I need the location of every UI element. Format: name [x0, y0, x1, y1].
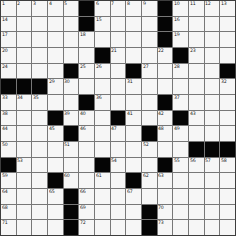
- black-cell-r3c11: [158, 32, 173, 47]
- white-cell-r15c3[interactable]: [32, 220, 47, 235]
- clue-number-26: 26: [96, 64, 101, 69]
- clue-number-61: 61: [96, 173, 101, 178]
- black-cell-r9c10: [142, 126, 157, 141]
- clue-number-58: 58: [221, 158, 226, 163]
- white-cell-r13c1[interactable]: 64: [1, 189, 16, 204]
- white-cell-r13c11[interactable]: [158, 189, 173, 204]
- white-cell-r6c5[interactable]: 30: [64, 79, 79, 94]
- white-cell-r14c12[interactable]: [173, 205, 188, 220]
- black-cell-r4c7: [95, 48, 110, 63]
- white-cell-r3c13[interactable]: [189, 32, 204, 47]
- white-cell-r12c14[interactable]: [205, 173, 220, 188]
- white-cell-r6c7[interactable]: [95, 79, 110, 94]
- black-cell-r4c12: [173, 48, 188, 63]
- white-cell-r12c11[interactable]: 63: [158, 173, 173, 188]
- white-cell-r9c12[interactable]: 49: [173, 126, 188, 141]
- black-cell-r10c13: [189, 142, 204, 157]
- black-cell-r15c5: [64, 220, 79, 235]
- clue-number-49: 49: [174, 126, 179, 131]
- clue-number-28: 28: [174, 64, 179, 69]
- white-cell-r10c10[interactable]: 52: [142, 142, 157, 157]
- white-cell-r4c15[interactable]: [220, 48, 235, 63]
- white-cell-r5c11[interactable]: [158, 64, 173, 79]
- white-cell-r11c12[interactable]: 55: [173, 158, 188, 173]
- clue-number-3: 3: [33, 1, 36, 6]
- white-cell-r1c14[interactable]: 12: [205, 1, 220, 16]
- white-cell-r7c1[interactable]: 33: [1, 95, 16, 110]
- black-cell-r12c9: [126, 173, 141, 188]
- white-cell-r11c15[interactable]: 58: [220, 158, 235, 173]
- black-cell-r14c10: [142, 205, 157, 220]
- clue-number-21: 21: [111, 48, 116, 53]
- white-cell-r14c6[interactable]: 69: [79, 205, 94, 220]
- clue-number-27: 27: [143, 64, 148, 69]
- white-cell-r2c4[interactable]: [48, 17, 63, 32]
- white-cell-r14c8[interactable]: [111, 205, 126, 220]
- white-cell-r5c8[interactable]: [111, 64, 126, 79]
- black-cell-r8c8: [111, 111, 126, 126]
- white-cell-r13c6[interactable]: 66: [79, 189, 94, 204]
- white-cell-r7c8[interactable]: [111, 95, 126, 110]
- white-cell-r14c13[interactable]: [189, 205, 204, 220]
- clue-number-35: 35: [33, 95, 38, 100]
- white-cell-r6c15[interactable]: 32: [220, 79, 235, 94]
- black-cell-r1c11: [158, 1, 173, 16]
- white-cell-r11c13[interactable]: 56: [189, 158, 204, 173]
- white-cell-r13c8[interactable]: [111, 189, 126, 204]
- white-cell-r1c15[interactable]: 13: [220, 1, 235, 16]
- white-cell-r12c1[interactable]: 59: [1, 173, 16, 188]
- clue-number-45: 45: [49, 126, 54, 131]
- white-cell-r14c1[interactable]: 68: [1, 205, 16, 220]
- white-cell-r6c11[interactable]: [158, 79, 173, 94]
- white-cell-r6c6[interactable]: [79, 79, 94, 94]
- white-cell-r5c2[interactable]: [17, 64, 32, 79]
- white-cell-r8c6[interactable]: 40: [79, 111, 94, 126]
- white-cell-r11c2[interactable]: 53: [17, 158, 32, 173]
- clue-number-52: 52: [143, 142, 148, 147]
- black-cell-r6c2: [17, 79, 32, 94]
- black-cell-r14c5: [64, 205, 79, 220]
- white-cell-r14c9[interactable]: [126, 205, 141, 220]
- white-cell-r8c5[interactable]: 39: [64, 111, 79, 126]
- white-cell-r10c5[interactable]: 51: [64, 142, 79, 157]
- white-cell-r5c3[interactable]: [32, 64, 47, 79]
- clue-number-63: 63: [158, 173, 163, 178]
- white-cell-r15c14[interactable]: [205, 220, 220, 235]
- clue-number-30: 30: [64, 79, 69, 84]
- clue-number-72: 72: [80, 220, 85, 225]
- white-cell-r14c11[interactable]: 70: [158, 205, 173, 220]
- white-cell-r14c3[interactable]: [32, 205, 47, 220]
- black-cell-r7c6: [79, 95, 94, 110]
- white-cell-r5c4[interactable]: [48, 64, 63, 79]
- white-cell-r4c10[interactable]: [142, 48, 157, 63]
- white-cell-r2c12[interactable]: 16: [173, 17, 188, 32]
- white-cell-r14c15[interactable]: [220, 205, 235, 220]
- white-cell-r4c5[interactable]: [64, 48, 79, 63]
- white-cell-r2c7[interactable]: 15: [95, 17, 110, 32]
- white-cell-r2c1[interactable]: 14: [1, 17, 16, 32]
- white-cell-r8c3[interactable]: [32, 111, 47, 126]
- white-cell-r6c13[interactable]: [189, 79, 204, 94]
- clue-number-11: 11: [190, 1, 195, 6]
- white-cell-r9c2[interactable]: [17, 126, 32, 141]
- white-cell-r12c15[interactable]: [220, 173, 235, 188]
- clue-number-14: 14: [2, 17, 7, 22]
- clue-number-5: 5: [64, 1, 67, 6]
- clue-number-73: 73: [158, 220, 163, 225]
- white-cell-r3c8[interactable]: [111, 32, 126, 47]
- clue-number-65: 65: [49, 189, 54, 194]
- white-cell-r11c4[interactable]: [48, 158, 63, 173]
- white-cell-r8c11[interactable]: 42: [158, 111, 173, 126]
- clue-number-37: 37: [174, 95, 179, 100]
- white-cell-r12c3[interactable]: [32, 173, 47, 188]
- white-cell-r1c12[interactable]: 10: [173, 1, 188, 16]
- clue-number-71: 71: [2, 220, 7, 225]
- clue-number-1: 1: [2, 1, 5, 6]
- white-cell-r7c10[interactable]: [142, 95, 157, 110]
- white-cell-r1c8[interactable]: 7: [111, 1, 126, 16]
- white-cell-r11c10[interactable]: [142, 158, 157, 173]
- clue-number-55: 55: [174, 158, 179, 163]
- white-cell-r14c2[interactable]: [17, 205, 32, 220]
- white-cell-r10c1[interactable]: 50: [1, 142, 16, 157]
- white-cell-r12c5[interactable]: 60: [64, 173, 79, 188]
- clue-number-47: 47: [111, 126, 116, 131]
- clue-number-56: 56: [190, 158, 195, 163]
- clue-number-12: 12: [205, 1, 210, 6]
- white-cell-r4c14[interactable]: [205, 48, 220, 63]
- white-cell-r15c8[interactable]: [111, 220, 126, 235]
- white-cell-r3c2[interactable]: [17, 32, 32, 47]
- white-cell-r9c3[interactable]: [32, 126, 47, 141]
- black-cell-r7c11: [158, 95, 173, 110]
- clue-number-40: 40: [80, 111, 85, 116]
- white-cell-r9c7[interactable]: [95, 126, 110, 141]
- black-cell-r15c10: [142, 220, 157, 235]
- white-cell-r1c2[interactable]: 2: [17, 1, 32, 16]
- white-cell-r10c2[interactable]: [17, 142, 32, 157]
- crossword-puzzle: 1234567891011121314151617181920212223242…: [0, 0, 236, 236]
- white-cell-r7c2[interactable]: 34: [17, 95, 32, 110]
- black-cell-r5c9: [126, 64, 141, 79]
- clue-number-8: 8: [127, 1, 130, 6]
- black-cell-r2c6: [79, 17, 94, 32]
- clue-number-9: 9: [143, 1, 146, 6]
- white-cell-r3c6[interactable]: 18: [79, 32, 94, 47]
- clue-number-22: 22: [158, 48, 163, 53]
- black-cell-r1c6: [79, 1, 94, 16]
- white-cell-r1c4[interactable]: 4: [48, 1, 63, 16]
- white-cell-r1c5[interactable]: 5: [64, 1, 79, 16]
- white-cell-r14c4[interactable]: [48, 205, 63, 220]
- white-cell-r10c4[interactable]: [48, 142, 63, 157]
- white-cell-r7c12[interactable]: 37: [173, 95, 188, 110]
- white-cell-r6c8[interactable]: [111, 79, 126, 94]
- clue-number-43: 43: [190, 111, 195, 116]
- white-cell-r3c5[interactable]: [64, 32, 79, 47]
- white-cell-r5c14[interactable]: [205, 64, 220, 79]
- white-cell-r14c7[interactable]: [95, 205, 110, 220]
- white-cell-r15c2[interactable]: [17, 220, 32, 235]
- clue-number-46: 46: [80, 126, 85, 131]
- white-cell-r9c4[interactable]: 45: [48, 126, 63, 141]
- clue-number-44: 44: [2, 126, 7, 131]
- black-cell-r11c11: [158, 158, 173, 173]
- white-cell-r5c10[interactable]: 27: [142, 64, 157, 79]
- clue-number-6: 6: [96, 1, 99, 6]
- white-cell-r15c7[interactable]: [95, 220, 110, 235]
- white-cell-r8c14[interactable]: [205, 111, 220, 126]
- white-cell-r4c11[interactable]: 22: [158, 48, 173, 63]
- white-cell-r4c2[interactable]: [17, 48, 32, 63]
- white-cell-r2c5[interactable]: [64, 17, 79, 32]
- white-cell-r10c3[interactable]: [32, 142, 47, 157]
- black-cell-r10c15: [220, 142, 235, 157]
- clue-number-29: 29: [49, 79, 54, 84]
- white-cell-r4c8[interactable]: 21: [111, 48, 126, 63]
- white-cell-r10c6[interactable]: [79, 142, 94, 157]
- clue-number-68: 68: [2, 205, 7, 210]
- white-cell-r10c12[interactable]: [173, 142, 188, 157]
- white-cell-r11c9[interactable]: [126, 158, 141, 173]
- clue-number-16: 16: [174, 17, 179, 22]
- white-cell-r2c2[interactable]: [17, 17, 32, 32]
- white-cell-r6c4[interactable]: 29: [48, 79, 63, 94]
- clue-number-60: 60: [64, 173, 69, 178]
- clue-number-36: 36: [96, 95, 101, 100]
- white-cell-r8c1[interactable]: 38: [1, 111, 16, 126]
- white-cell-r13c9[interactable]: 67: [126, 189, 141, 204]
- white-cell-r9c8[interactable]: 47: [111, 126, 126, 141]
- white-cell-r7c4[interactable]: [48, 95, 63, 110]
- white-cell-r2c14[interactable]: [205, 17, 220, 32]
- white-cell-r4c4[interactable]: [48, 48, 63, 63]
- clue-number-48: 48: [158, 126, 163, 131]
- clue-number-51: 51: [64, 142, 69, 147]
- white-cell-r7c9[interactable]: [126, 95, 141, 110]
- black-cell-r12c4: [48, 173, 63, 188]
- clue-number-4: 4: [49, 1, 52, 6]
- white-cell-r8c13[interactable]: 43: [189, 111, 204, 126]
- white-cell-r13c10[interactable]: [142, 189, 157, 204]
- white-cell-r12c8[interactable]: [111, 173, 126, 188]
- clue-number-67: 67: [127, 189, 132, 194]
- white-cell-r12c2[interactable]: [17, 173, 32, 188]
- black-cell-r11c7: [95, 158, 110, 173]
- white-cell-r13c14[interactable]: [205, 189, 220, 204]
- white-cell-r13c13[interactable]: [189, 189, 204, 204]
- white-cell-r7c15[interactable]: [220, 95, 235, 110]
- clue-number-25: 25: [80, 64, 85, 69]
- clue-number-31: 31: [127, 79, 132, 84]
- white-cell-r7c14[interactable]: [205, 95, 220, 110]
- white-cell-r11c5[interactable]: [64, 158, 79, 173]
- white-cell-r5c6[interactable]: 25: [79, 64, 94, 79]
- white-cell-r15c13[interactable]: [189, 220, 204, 235]
- white-cell-r5c13[interactable]: [189, 64, 204, 79]
- white-cell-r5c7[interactable]: 26: [95, 64, 110, 79]
- clue-number-13: 13: [221, 1, 226, 6]
- white-cell-r2c13[interactable]: [189, 17, 204, 32]
- white-cell-r7c13[interactable]: [189, 95, 204, 110]
- white-cell-r9c13[interactable]: [189, 126, 204, 141]
- white-cell-r15c1[interactable]: 71: [1, 220, 16, 235]
- white-cell-r5c12[interactable]: 28: [173, 64, 188, 79]
- white-cell-r13c3[interactable]: [32, 189, 47, 204]
- white-cell-r15c6[interactable]: 72: [79, 220, 94, 235]
- white-cell-r3c4[interactable]: [48, 32, 63, 47]
- black-cell-r6c1: [1, 79, 16, 94]
- white-cell-r10c11[interactable]: [158, 142, 173, 157]
- black-cell-r2c11: [158, 17, 173, 32]
- white-cell-r15c11[interactable]: 73: [158, 220, 173, 235]
- white-cell-r1c1[interactable]: 1: [1, 1, 16, 16]
- white-cell-r10c7[interactable]: [95, 142, 110, 157]
- white-cell-r13c7[interactable]: [95, 189, 110, 204]
- clue-number-57: 57: [205, 158, 210, 163]
- white-cell-r4c9[interactable]: [126, 48, 141, 63]
- white-cell-r6c9[interactable]: 31: [126, 79, 141, 94]
- white-cell-r13c4[interactable]: 65: [48, 189, 63, 204]
- black-cell-r11c1: [1, 158, 16, 173]
- white-cell-r9c6[interactable]: 46: [79, 126, 94, 141]
- white-cell-r13c15[interactable]: [220, 189, 235, 204]
- white-cell-r2c3[interactable]: [32, 17, 47, 32]
- clue-number-64: 64: [2, 189, 7, 194]
- white-cell-r6c10[interactable]: [142, 79, 157, 94]
- white-cell-r4c13[interactable]: 23: [189, 48, 204, 63]
- white-cell-r4c6[interactable]: [79, 48, 94, 63]
- white-cell-r9c1[interactable]: 44: [1, 126, 16, 141]
- clue-number-62: 62: [143, 173, 148, 178]
- white-cell-r3c10[interactable]: [142, 32, 157, 47]
- white-cell-r12c10[interactable]: 62: [142, 173, 157, 188]
- white-cell-r8c2[interactable]: [17, 111, 32, 126]
- white-cell-r4c1[interactable]: 20: [1, 48, 16, 63]
- white-cell-r3c3[interactable]: [32, 32, 47, 47]
- white-cell-r9c11[interactable]: 48: [158, 126, 173, 141]
- white-cell-r6c14[interactable]: [205, 79, 220, 94]
- white-cell-r3c14[interactable]: [205, 32, 220, 47]
- white-cell-r12c6[interactable]: [79, 173, 94, 188]
- black-cell-r6c3: [32, 79, 47, 94]
- white-cell-r2c8[interactable]: [111, 17, 126, 32]
- black-cell-r5c5: [64, 64, 79, 79]
- black-cell-r8c4: [48, 111, 63, 126]
- white-cell-r10c9[interactable]: [126, 142, 141, 157]
- clue-number-7: 7: [111, 1, 114, 6]
- white-cell-r7c5[interactable]: [64, 95, 79, 110]
- white-cell-r12c7[interactable]: 61: [95, 173, 110, 188]
- white-cell-r9c15[interactable]: [220, 126, 235, 141]
- white-cell-r3c1[interactable]: 17: [1, 32, 16, 47]
- white-cell-r8c7[interactable]: [95, 111, 110, 126]
- white-cell-r3c9[interactable]: [126, 32, 141, 47]
- white-cell-r2c15[interactable]: [220, 17, 235, 32]
- white-cell-r13c12[interactable]: [173, 189, 188, 204]
- white-cell-r8c10[interactable]: [142, 111, 157, 126]
- white-cell-r11c8[interactable]: 54: [111, 158, 126, 173]
- white-cell-r8c15[interactable]: [220, 111, 235, 126]
- white-cell-r15c15[interactable]: [220, 220, 235, 235]
- clue-number-54: 54: [111, 158, 116, 163]
- white-cell-r1c13[interactable]: 11: [189, 1, 204, 16]
- white-cell-r2c9[interactable]: [126, 17, 141, 32]
- white-cell-r4c3[interactable]: [32, 48, 47, 63]
- clue-number-59: 59: [2, 173, 7, 178]
- white-cell-r2c10[interactable]: [142, 17, 157, 32]
- clue-number-20: 20: [2, 48, 7, 53]
- white-cell-r1c3[interactable]: 3: [32, 1, 47, 16]
- clue-number-69: 69: [80, 205, 85, 210]
- clue-number-50: 50: [2, 142, 7, 147]
- white-cell-r7c7[interactable]: 36: [95, 95, 110, 110]
- white-cell-r1c7[interactable]: 6: [95, 1, 110, 16]
- white-cell-r11c6[interactable]: [79, 158, 94, 173]
- clue-number-38: 38: [2, 111, 7, 116]
- clue-number-15: 15: [96, 17, 101, 22]
- clue-number-34: 34: [17, 95, 22, 100]
- white-cell-r5c1[interactable]: 24: [1, 64, 16, 79]
- clue-number-70: 70: [158, 205, 163, 210]
- clue-number-42: 42: [158, 111, 163, 116]
- white-cell-r15c9[interactable]: [126, 220, 141, 235]
- white-cell-r3c7[interactable]: [95, 32, 110, 47]
- white-cell-r1c9[interactable]: 8: [126, 1, 141, 16]
- clue-number-19: 19: [174, 32, 179, 37]
- black-cell-r5c15: [220, 64, 235, 79]
- clue-number-10: 10: [174, 1, 179, 6]
- black-cell-r13c5: [64, 189, 79, 204]
- white-cell-r13c2[interactable]: [17, 189, 32, 204]
- clue-number-33: 33: [2, 95, 7, 100]
- white-cell-r6c12[interactable]: [173, 79, 188, 94]
- white-cell-r10c8[interactable]: [111, 142, 126, 157]
- white-cell-r12c12[interactable]: [173, 173, 188, 188]
- white-cell-r11c3[interactable]: [32, 158, 47, 173]
- white-cell-r7c3[interactable]: 35: [32, 95, 47, 110]
- white-cell-r3c12[interactable]: 19: [173, 32, 188, 47]
- white-cell-r11c14[interactable]: 57: [205, 158, 220, 173]
- crossword-grid: 1234567891011121314151617181920212223242…: [0, 0, 236, 236]
- black-cell-r9c5: [64, 126, 79, 141]
- white-cell-r9c14[interactable]: [205, 126, 220, 141]
- white-cell-r9c9[interactable]: [126, 126, 141, 141]
- clue-number-32: 32: [221, 79, 226, 84]
- clue-number-2: 2: [17, 1, 20, 6]
- white-cell-r15c12[interactable]: [173, 220, 188, 235]
- clue-number-41: 41: [127, 111, 132, 116]
- clue-number-66: 66: [80, 189, 85, 194]
- white-cell-r15c4[interactable]: [48, 220, 63, 235]
- clue-number-39: 39: [64, 111, 69, 116]
- clue-number-23: 23: [190, 48, 195, 53]
- white-cell-r14c14[interactable]: [205, 205, 220, 220]
- white-cell-r8c9[interactable]: 41: [126, 111, 141, 126]
- clue-number-24: 24: [2, 64, 7, 69]
- white-cell-r1c10[interactable]: 9: [142, 1, 157, 16]
- clue-number-17: 17: [2, 32, 7, 37]
- black-cell-r8c12: [173, 111, 188, 126]
- black-cell-r10c14: [205, 142, 220, 157]
- clue-number-18: 18: [80, 32, 85, 37]
- white-cell-r12c13[interactable]: [189, 173, 204, 188]
- clue-number-53: 53: [17, 158, 22, 163]
- white-cell-r3c15[interactable]: [220, 32, 235, 47]
